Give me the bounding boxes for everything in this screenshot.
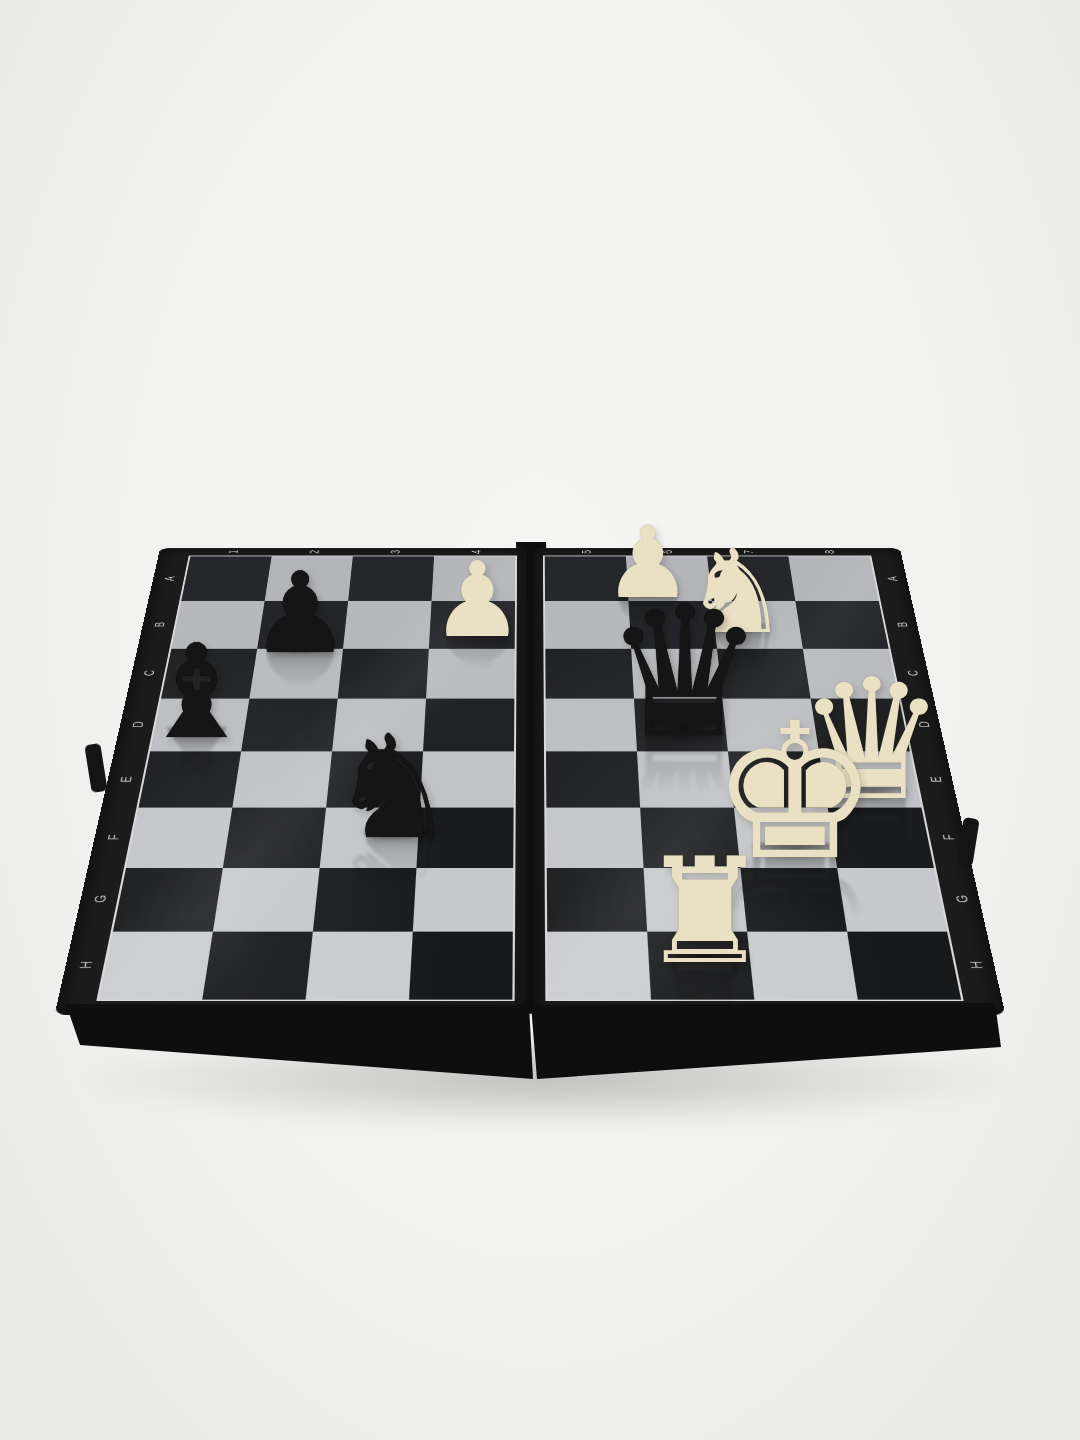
square-g3[interactable] [313,868,417,932]
file-letter-label-right-B: B [894,622,909,627]
square-d5[interactable] [546,698,637,751]
square-f2[interactable] [223,808,326,868]
rank-label-top-6: 6 [659,550,673,554]
file-letter-label-left-F: F [104,834,121,840]
square-c5[interactable] [545,648,634,698]
file-letter-label-right-E: E [927,776,944,782]
file-letter-label-right-D: D [915,722,931,728]
square-a7[interactable] [707,556,795,601]
square-a8[interactable] [788,556,878,601]
square-b4[interactable] [429,601,515,648]
square-b8[interactable] [795,601,888,648]
square-d1[interactable] [150,698,249,751]
rank-label-top-4: 4 [468,550,481,554]
rank-label-top-8: 8 [821,550,835,554]
square-e1[interactable] [138,751,241,807]
square-f7[interactable] [734,808,837,868]
square-c7[interactable] [717,648,811,698]
file-letter-label-left-G: G [90,895,108,903]
rank-label-top-7: 7 [740,550,754,554]
square-h8[interactable] [847,931,961,999]
square-c6[interactable] [631,648,722,698]
file-letter-label-right-G: G [952,895,970,903]
file-letter-label-left-B: B [151,622,166,627]
square-d3[interactable] [332,698,426,751]
square-a5[interactable] [545,556,629,601]
square-c3[interactable] [338,648,429,698]
square-c1[interactable] [161,648,257,698]
square-c4[interactable] [426,648,515,698]
square-a6[interactable] [626,556,712,601]
square-b6[interactable] [628,601,716,648]
square-b5[interactable] [545,601,631,648]
square-g5[interactable] [547,868,647,932]
square-h6[interactable] [647,931,754,999]
square-f3[interactable] [320,808,420,868]
square-a1[interactable] [181,556,271,601]
file-letter-label-right-C: C [904,670,920,676]
square-e7[interactable] [728,751,828,807]
square-b2[interactable] [257,601,348,648]
square-a4[interactable] [432,556,516,601]
file-letter-label-left-E: E [117,776,134,782]
file-letter-label-left-C: C [140,670,156,676]
square-d8[interactable] [811,698,910,751]
square-g1[interactable] [113,868,223,932]
file-letter-label-right-A: A [884,576,899,581]
square-e3[interactable] [326,751,423,807]
square-g7[interactable] [740,868,847,932]
square-f4[interactable] [416,808,513,868]
square-h3[interactable] [306,931,413,999]
square-g2[interactable] [213,868,320,932]
square-c8[interactable] [803,648,899,698]
square-e6[interactable] [637,751,734,807]
square-f6[interactable] [640,808,740,868]
square-h2[interactable] [202,931,313,999]
square-e4[interactable] [420,751,514,807]
square-a2[interactable] [265,556,353,601]
rank-label-top-3: 3 [387,550,401,554]
square-e5[interactable] [546,751,640,807]
square-d6[interactable] [634,698,728,751]
square-g6[interactable] [644,868,748,932]
square-d4[interactable] [423,698,514,751]
file-letter-label-left-A: A [161,576,176,581]
rank-label-top-2: 2 [306,550,320,554]
file-letter-label-left-H: H [76,961,94,969]
square-a3[interactable] [348,556,434,601]
square-f8[interactable] [828,808,934,868]
square-f1[interactable] [126,808,232,868]
square-h5[interactable] [547,931,651,999]
square-d2[interactable] [241,698,338,751]
file-letter-label-right-H: H [966,961,984,969]
file-letter-label-right-F: F [939,834,956,840]
square-d7[interactable] [722,698,819,751]
square-b1[interactable] [171,601,264,648]
square-e8[interactable] [819,751,922,807]
rank-label-top-5: 5 [578,550,591,554]
square-b3[interactable] [343,601,431,648]
square-h4[interactable] [409,931,513,999]
square-g4[interactable] [413,868,513,932]
square-g8[interactable] [837,868,947,932]
square-h1[interactable] [99,931,213,999]
square-e2[interactable] [232,751,332,807]
square-b7[interactable] [712,601,803,648]
square-h7[interactable] [747,931,858,999]
square-c2[interactable] [249,648,343,698]
square-f5[interactable] [546,808,643,868]
rank-label-top-1: 1 [225,550,239,554]
file-letter-label-left-D: D [129,722,145,728]
